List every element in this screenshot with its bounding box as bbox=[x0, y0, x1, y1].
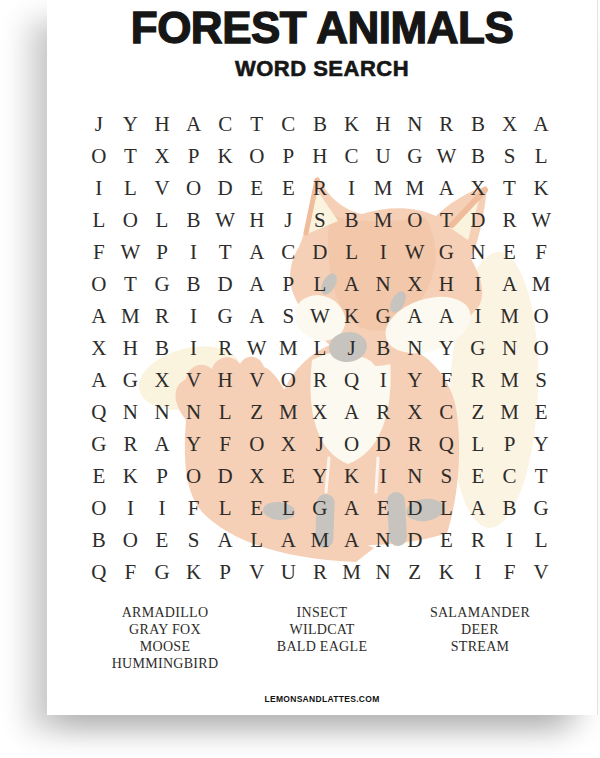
grid-cell: E bbox=[494, 236, 526, 268]
grid-cell: Y bbox=[525, 428, 557, 460]
grid-cell: D bbox=[367, 428, 399, 460]
grid-cell: X bbox=[146, 140, 178, 172]
grid-cell: A bbox=[241, 236, 273, 268]
grid-cell: R bbox=[304, 556, 336, 588]
grid-cell: M bbox=[367, 172, 399, 204]
grid-cell: T bbox=[241, 108, 273, 140]
grid-cell: A bbox=[431, 172, 463, 204]
word-list-item: DEER bbox=[405, 621, 555, 638]
grid-cell: D bbox=[209, 268, 241, 300]
grid-cell: X bbox=[304, 396, 336, 428]
grid-cell: K bbox=[336, 108, 368, 140]
grid-cell: H bbox=[431, 268, 463, 300]
grid-cell: T bbox=[525, 460, 557, 492]
grid-cell: C bbox=[273, 236, 305, 268]
grid-cell: W bbox=[525, 204, 557, 236]
grid-cell: M bbox=[367, 204, 399, 236]
grid-cell: L bbox=[336, 236, 368, 268]
grid-cell: O bbox=[241, 428, 273, 460]
grid-cell: P bbox=[146, 460, 178, 492]
grid-cell: E bbox=[525, 396, 557, 428]
grid-cell: B bbox=[178, 268, 210, 300]
grid-cell: R bbox=[462, 364, 494, 396]
grid-cell: K bbox=[525, 172, 557, 204]
grid-cell: L bbox=[525, 140, 557, 172]
grid-cell: F bbox=[494, 556, 526, 588]
grid-cell: O bbox=[399, 204, 431, 236]
grid-cell: U bbox=[367, 140, 399, 172]
grid-cell: G bbox=[146, 268, 178, 300]
grid-cell: D bbox=[304, 236, 336, 268]
grid-cell: L bbox=[273, 492, 305, 524]
grid-cell: B bbox=[367, 332, 399, 364]
word-list-column: SALAMANDERDEERSTREAM bbox=[405, 604, 555, 655]
grid-cell: T bbox=[115, 268, 147, 300]
grid-cell: G bbox=[367, 300, 399, 332]
grid-cell: A bbox=[336, 396, 368, 428]
grid-cell: F bbox=[178, 492, 210, 524]
grid-cell: H bbox=[115, 332, 147, 364]
grid-cell: I bbox=[146, 492, 178, 524]
grid-cell: Z bbox=[241, 396, 273, 428]
grid-cell: F bbox=[431, 364, 463, 396]
grid-cell: P bbox=[494, 428, 526, 460]
footer-site: LEMONSANDLATTES.COM bbox=[47, 694, 597, 704]
grid-cell: K bbox=[336, 460, 368, 492]
grid-cell: K bbox=[431, 556, 463, 588]
grid-cell: T bbox=[494, 172, 526, 204]
grid-cell: A bbox=[273, 524, 305, 556]
grid-cell: V bbox=[241, 556, 273, 588]
grid-cell: P bbox=[273, 140, 305, 172]
grid-cell: P bbox=[209, 556, 241, 588]
grid-cell: N bbox=[494, 332, 526, 364]
grid-cell: W bbox=[209, 204, 241, 236]
grid-cell: J bbox=[304, 428, 336, 460]
grid-cell: O bbox=[525, 300, 557, 332]
grid-cell: E bbox=[462, 460, 494, 492]
grid-cell: F bbox=[115, 556, 147, 588]
grid-cell: N bbox=[399, 332, 431, 364]
grid-cell: L bbox=[304, 268, 336, 300]
grid-cell: V bbox=[146, 172, 178, 204]
grid-cell: F bbox=[209, 428, 241, 460]
grid-cell: O bbox=[178, 460, 210, 492]
grid-cell: R bbox=[431, 108, 463, 140]
grid-cell: I bbox=[83, 172, 115, 204]
grid-cell: X bbox=[146, 364, 178, 396]
grid-cell: C bbox=[494, 460, 526, 492]
grid-cell: B bbox=[146, 332, 178, 364]
grid-cell: R bbox=[494, 204, 526, 236]
grid-cell: E bbox=[431, 524, 463, 556]
grid-cell: X bbox=[241, 460, 273, 492]
grid-cell: D bbox=[209, 460, 241, 492]
grid-cell: H bbox=[209, 364, 241, 396]
grid-cell: X bbox=[273, 428, 305, 460]
grid-cell: Q bbox=[336, 364, 368, 396]
grid-cell: I bbox=[178, 236, 210, 268]
grid-cell: S bbox=[525, 364, 557, 396]
grid-cell: D bbox=[399, 492, 431, 524]
grid-cell: L bbox=[304, 332, 336, 364]
grid-cell: K bbox=[209, 140, 241, 172]
grid-cell: O bbox=[83, 140, 115, 172]
grid-cell: R bbox=[115, 428, 147, 460]
grid-cell: I bbox=[462, 268, 494, 300]
grid-cell: I bbox=[367, 460, 399, 492]
word-list-item: GRAY FOX bbox=[90, 621, 240, 638]
grid-cell: M bbox=[525, 268, 557, 300]
grid-cell: L bbox=[525, 524, 557, 556]
grid-cell: B bbox=[462, 108, 494, 140]
grid-cell: I bbox=[462, 300, 494, 332]
grid-cell: K bbox=[115, 460, 147, 492]
word-list-item: STREAM bbox=[405, 638, 555, 655]
grid-cell: E bbox=[367, 492, 399, 524]
grid-cell: N bbox=[367, 524, 399, 556]
grid-cell: R bbox=[304, 364, 336, 396]
grid-cell: A bbox=[399, 300, 431, 332]
grid-cell: O bbox=[83, 268, 115, 300]
grid-cell: B bbox=[178, 204, 210, 236]
grid-cell: N bbox=[178, 396, 210, 428]
grid-cell: R bbox=[399, 428, 431, 460]
grid-cell: L bbox=[241, 524, 273, 556]
grid-cell: W bbox=[241, 332, 273, 364]
grid-cell: L bbox=[146, 204, 178, 236]
grid-cell: C bbox=[209, 108, 241, 140]
grid-cell: G bbox=[399, 140, 431, 172]
word-list-column: ARMADILLOGRAY FOXMOOSEHUMMINGBIRD bbox=[90, 604, 240, 672]
grid-cell: N bbox=[146, 396, 178, 428]
grid-cell: T bbox=[431, 204, 463, 236]
worksheet-page: FOREST ANIMALS WORD SEARCH bbox=[0, 0, 600, 758]
grid-cell: G bbox=[209, 300, 241, 332]
page-title: FOREST ANIMALS bbox=[47, 4, 597, 52]
grid-cell: A bbox=[83, 300, 115, 332]
grid-cell: Y bbox=[304, 460, 336, 492]
grid-cell: M bbox=[494, 300, 526, 332]
grid-cell: A bbox=[336, 268, 368, 300]
grid-cell: G bbox=[525, 492, 557, 524]
word-list-item: SALAMANDER bbox=[405, 604, 555, 621]
word-list-column: INSECTWILDCATBALD EAGLE bbox=[247, 604, 397, 655]
letter-grid: JYHACTCBKHNRBXAOTXPKOPHCUGWBSLILVODEERIM… bbox=[83, 108, 557, 588]
grid-cell: E bbox=[146, 524, 178, 556]
word-list-item: INSECT bbox=[247, 604, 397, 621]
grid-cell: N bbox=[367, 556, 399, 588]
grid-cell: L bbox=[462, 428, 494, 460]
grid-cell: R bbox=[462, 524, 494, 556]
grid-cell: O bbox=[336, 428, 368, 460]
grid-cell: N bbox=[115, 396, 147, 428]
word-list-item: HUMMINGBIRD bbox=[90, 655, 240, 672]
grid-cell: S bbox=[178, 524, 210, 556]
grid-cell: A bbox=[431, 300, 463, 332]
grid-cell: H bbox=[304, 140, 336, 172]
grid-cell: S bbox=[431, 460, 463, 492]
grid-cell: M bbox=[336, 556, 368, 588]
grid-cell: F bbox=[83, 236, 115, 268]
grid-cell: I bbox=[115, 492, 147, 524]
grid-cell: Z bbox=[462, 396, 494, 428]
grid-cell: U bbox=[273, 556, 305, 588]
grid-cell: L bbox=[209, 492, 241, 524]
grid-cell: G bbox=[146, 556, 178, 588]
grid-cell: G bbox=[431, 236, 463, 268]
grid-cell: I bbox=[462, 556, 494, 588]
grid-cell: V bbox=[525, 556, 557, 588]
grid-cell: S bbox=[494, 140, 526, 172]
grid-cell: K bbox=[178, 556, 210, 588]
grid-cell: B bbox=[304, 108, 336, 140]
grid-cell: F bbox=[525, 236, 557, 268]
grid-cell: V bbox=[178, 364, 210, 396]
grid-cell: T bbox=[209, 236, 241, 268]
grid-cell: Y bbox=[178, 428, 210, 460]
grid-cell: X bbox=[462, 172, 494, 204]
grid-cell: K bbox=[336, 300, 368, 332]
grid-cell: Q bbox=[83, 556, 115, 588]
grid-cell: X bbox=[494, 108, 526, 140]
grid-cell: M bbox=[273, 332, 305, 364]
grid-cell: M bbox=[304, 524, 336, 556]
grid-cell: T bbox=[115, 140, 147, 172]
grid-cell: H bbox=[367, 108, 399, 140]
grid-cell: H bbox=[241, 204, 273, 236]
grid-cell: W bbox=[399, 236, 431, 268]
grid-cell: A bbox=[336, 524, 368, 556]
grid-cell: A bbox=[525, 108, 557, 140]
grid-cell: Y bbox=[115, 108, 147, 140]
grid-cell: A bbox=[336, 492, 368, 524]
grid-cell: L bbox=[431, 492, 463, 524]
grid-cell: G bbox=[304, 492, 336, 524]
grid-cell: S bbox=[273, 300, 305, 332]
grid-cell: M bbox=[494, 396, 526, 428]
grid-cell: E bbox=[273, 172, 305, 204]
grid-cell: Q bbox=[83, 396, 115, 428]
grid-cell: Q bbox=[431, 428, 463, 460]
grid-cell: D bbox=[209, 172, 241, 204]
grid-cell: E bbox=[241, 492, 273, 524]
grid-cell: G bbox=[115, 364, 147, 396]
grid-cell: A bbox=[241, 268, 273, 300]
grid-cell: R bbox=[209, 332, 241, 364]
grid-cell: A bbox=[178, 108, 210, 140]
grid-cell: I bbox=[178, 300, 210, 332]
grid-cell: B bbox=[462, 140, 494, 172]
grid-cell: D bbox=[399, 524, 431, 556]
grid-cell: R bbox=[146, 300, 178, 332]
grid-cell: L bbox=[83, 204, 115, 236]
grid-cell: H bbox=[146, 108, 178, 140]
word-list-item: MOOSE bbox=[90, 638, 240, 655]
grid-cell: O bbox=[115, 524, 147, 556]
grid-cell: M bbox=[273, 396, 305, 428]
grid-cell: J bbox=[83, 108, 115, 140]
grid-cell: I bbox=[178, 332, 210, 364]
grid-cell: S bbox=[304, 204, 336, 236]
grid-cell: W bbox=[431, 140, 463, 172]
grid-cell: O bbox=[115, 204, 147, 236]
grid-cell: M bbox=[399, 172, 431, 204]
grid-cell: I bbox=[367, 364, 399, 396]
grid-cell: G bbox=[83, 428, 115, 460]
grid-cell: V bbox=[241, 364, 273, 396]
grid-cell: A bbox=[494, 268, 526, 300]
grid-cell: I bbox=[336, 172, 368, 204]
grid-cell: A bbox=[146, 428, 178, 460]
grid-cell: A bbox=[83, 364, 115, 396]
grid-cell: X bbox=[83, 332, 115, 364]
page-subtitle: WORD SEARCH bbox=[47, 56, 597, 82]
grid-cell: X bbox=[399, 396, 431, 428]
grid-cell: C bbox=[336, 140, 368, 172]
grid-cell: D bbox=[462, 204, 494, 236]
grid-cell: G bbox=[462, 332, 494, 364]
grid-cell: O bbox=[525, 332, 557, 364]
grid-cell: M bbox=[494, 364, 526, 396]
grid-cell: P bbox=[178, 140, 210, 172]
grid-cell: N bbox=[462, 236, 494, 268]
grid-cell: A bbox=[462, 492, 494, 524]
grid-cell: M bbox=[115, 300, 147, 332]
grid-cell: Z bbox=[399, 556, 431, 588]
grid-cell: N bbox=[399, 460, 431, 492]
grid-cell: I bbox=[367, 236, 399, 268]
grid-cell: Y bbox=[399, 364, 431, 396]
grid-cell: J bbox=[336, 332, 368, 364]
grid-cell: B bbox=[336, 204, 368, 236]
grid-cell: W bbox=[115, 236, 147, 268]
word-list-item: WILDCAT bbox=[247, 621, 397, 638]
grid-cell: A bbox=[241, 300, 273, 332]
grid-cell: P bbox=[273, 268, 305, 300]
grid-cell: X bbox=[399, 268, 431, 300]
grid-cell: O bbox=[178, 172, 210, 204]
word-list-item: BALD EAGLE bbox=[247, 638, 397, 655]
grid-cell: R bbox=[367, 396, 399, 428]
grid-cell: L bbox=[209, 396, 241, 428]
grid-cell: R bbox=[304, 172, 336, 204]
grid-cell: J bbox=[273, 204, 305, 236]
grid-cell: A bbox=[209, 524, 241, 556]
grid-cell: L bbox=[115, 172, 147, 204]
grid-cell: E bbox=[273, 460, 305, 492]
grid-cell: Y bbox=[431, 332, 463, 364]
grid-cell: B bbox=[83, 524, 115, 556]
grid-cell: N bbox=[367, 268, 399, 300]
grid-cell: E bbox=[241, 172, 273, 204]
grid-cell: I bbox=[494, 524, 526, 556]
grid-cell: O bbox=[273, 364, 305, 396]
grid-cell: C bbox=[273, 108, 305, 140]
grid-cell: W bbox=[304, 300, 336, 332]
grid-cell: E bbox=[83, 460, 115, 492]
grid-cell: O bbox=[241, 140, 273, 172]
grid-cell: B bbox=[494, 492, 526, 524]
grid-cell: N bbox=[399, 108, 431, 140]
grid-cell: C bbox=[431, 396, 463, 428]
grid-cell: P bbox=[146, 236, 178, 268]
grid-cell: O bbox=[83, 492, 115, 524]
word-list-item: ARMADILLO bbox=[90, 604, 240, 621]
